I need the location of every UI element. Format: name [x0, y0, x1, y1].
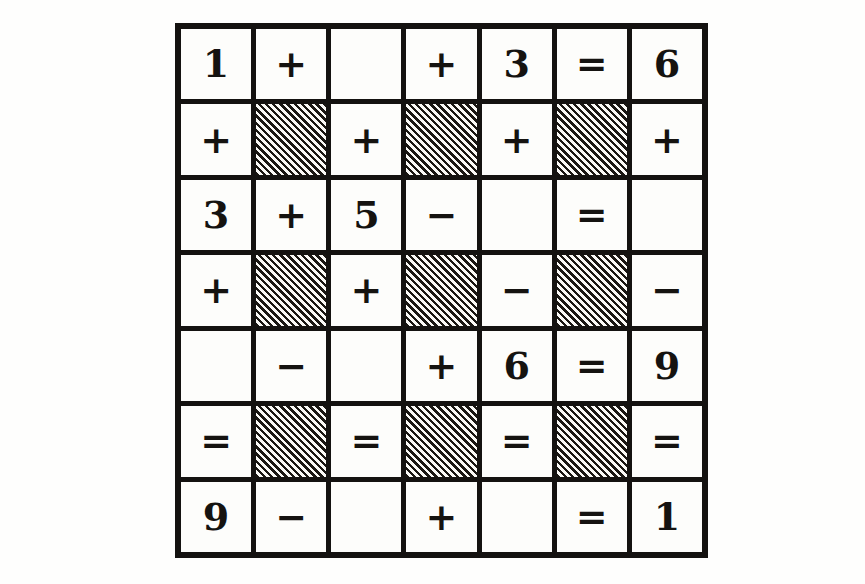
empty-cell-r7c5[interactable]	[482, 482, 552, 552]
blocked-cell-r6c4	[406, 406, 476, 476]
operator-cell-r1c6: =	[557, 29, 627, 99]
given-cell-r5c5: 6	[482, 331, 552, 401]
operator-cell-r4c7: −	[632, 255, 702, 325]
operator-cell-r2c5: +	[482, 104, 552, 174]
blocked-cell-r2c2	[256, 104, 326, 174]
operator-cell-r2c1: +	[181, 104, 251, 174]
operator-cell-r2c3: +	[331, 104, 401, 174]
empty-cell-r3c7[interactable]	[632, 180, 702, 250]
given-cell-r3c3: 5	[331, 180, 401, 250]
puzzle-board: 1++3=6++++3+5−=++−−−+6=9====9−+=1	[175, 23, 708, 558]
empty-cell-r3c5[interactable]	[482, 180, 552, 250]
operator-cell-r7c6: =	[557, 482, 627, 552]
given-cell-r5c7: 9	[632, 331, 702, 401]
given-cell-r3c1: 3	[181, 180, 251, 250]
operator-cell-r5c4: +	[406, 331, 476, 401]
blocked-cell-r2c6	[557, 104, 627, 174]
operator-cell-r5c6: =	[557, 331, 627, 401]
operator-cell-r3c4: −	[406, 180, 476, 250]
empty-cell-r1c3[interactable]	[331, 29, 401, 99]
empty-cell-r7c3[interactable]	[331, 482, 401, 552]
given-cell-r1c7: 6	[632, 29, 702, 99]
blocked-cell-r4c6	[557, 255, 627, 325]
blocked-cell-r2c4	[406, 104, 476, 174]
blocked-cell-r6c6	[557, 406, 627, 476]
operator-cell-r4c5: −	[482, 255, 552, 325]
operator-cell-r1c4: +	[406, 29, 476, 99]
operator-cell-r6c5: =	[482, 406, 552, 476]
given-cell-r1c1: 1	[181, 29, 251, 99]
operator-cell-r3c2: +	[256, 180, 326, 250]
operator-cell-r6c7: =	[632, 406, 702, 476]
given-cell-r1c5: 3	[482, 29, 552, 99]
operator-cell-r2c7: +	[632, 104, 702, 174]
given-cell-r7c7: 1	[632, 482, 702, 552]
blocked-cell-r6c2	[256, 406, 326, 476]
empty-cell-r5c3[interactable]	[331, 331, 401, 401]
blocked-cell-r4c4	[406, 255, 476, 325]
blocked-cell-r4c2	[256, 255, 326, 325]
operator-cell-r6c3: =	[331, 406, 401, 476]
operator-cell-r4c3: +	[331, 255, 401, 325]
operator-cell-r7c2: −	[256, 482, 326, 552]
operator-cell-r6c1: =	[181, 406, 251, 476]
operator-cell-r4c1: +	[181, 255, 251, 325]
given-cell-r7c1: 9	[181, 482, 251, 552]
operator-cell-r1c2: +	[256, 29, 326, 99]
operator-cell-r3c6: =	[557, 180, 627, 250]
operator-cell-r7c4: +	[406, 482, 476, 552]
operator-cell-r5c2: −	[256, 331, 326, 401]
empty-cell-r5c1[interactable]	[181, 331, 251, 401]
